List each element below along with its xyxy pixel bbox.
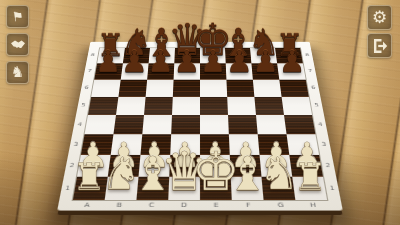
square-b1[interactable] [105, 177, 139, 200]
square-b8[interactable] [123, 48, 150, 63]
chess-board: ABCDEFGH1122334455667788 [57, 42, 343, 211]
square-c4[interactable] [142, 115, 172, 134]
square-b7[interactable] [121, 63, 149, 79]
white-flag-icon: ⚑ [11, 9, 24, 23]
gear-icon: ⚙ [372, 9, 387, 26]
rank-label-7-right: 7 [305, 68, 316, 74]
square-e2[interactable] [200, 155, 231, 177]
rank-label-8-right: 8 [302, 52, 313, 58]
square-d6[interactable] [173, 80, 200, 97]
square-f6[interactable] [226, 80, 254, 97]
square-c7[interactable] [147, 63, 174, 79]
square-f4[interactable] [228, 115, 258, 134]
square-a2[interactable] [77, 155, 111, 177]
rank-label-6-left: 6 [81, 85, 93, 92]
file-label-f: F [242, 201, 255, 211]
rank-label-5-left: 5 [77, 102, 89, 109]
square-e7[interactable] [200, 63, 226, 79]
square-c1[interactable] [136, 177, 169, 200]
square-g3[interactable] [258, 134, 290, 155]
rank-label-1-right: 1 [325, 184, 339, 193]
square-d8[interactable] [174, 48, 200, 63]
rank-label-4-right: 4 [314, 121, 327, 129]
rank-label-4-left: 4 [73, 121, 86, 129]
square-a4[interactable] [85, 115, 116, 134]
square-f3[interactable] [229, 134, 260, 155]
square-h4[interactable] [284, 115, 315, 134]
square-a8[interactable] [97, 48, 125, 63]
exit-button[interactable] [367, 33, 392, 58]
handshake-icon [10, 37, 26, 53]
board-scene: ABCDEFGH1122334455667788 [0, 0, 400, 225]
rank-label-3-left: 3 [69, 141, 82, 149]
square-h7[interactable] [277, 63, 306, 79]
square-h2[interactable] [289, 155, 323, 177]
square-b6[interactable] [118, 80, 147, 97]
square-a7[interactable] [94, 63, 123, 79]
rank-label-2-left: 2 [65, 162, 79, 171]
square-d5[interactable] [172, 97, 200, 115]
square-e1[interactable] [200, 177, 232, 200]
file-label-h: H [306, 201, 320, 211]
square-b4[interactable] [113, 115, 144, 134]
file-label-a: A [80, 201, 94, 211]
square-f5[interactable] [227, 97, 256, 115]
square-c8[interactable] [149, 48, 175, 63]
square-a3[interactable] [81, 134, 114, 155]
square-h6[interactable] [279, 80, 308, 97]
handshake-button[interactable] [6, 33, 29, 56]
square-h8[interactable] [275, 48, 303, 63]
square-a1[interactable] [73, 177, 108, 200]
rank-label-6-right: 6 [308, 85, 320, 92]
square-g4[interactable] [256, 115, 287, 134]
square-d4[interactable] [171, 115, 200, 134]
flag-button[interactable]: ⚑ [6, 5, 29, 28]
square-d7[interactable] [174, 63, 200, 79]
file-label-g: G [274, 201, 288, 211]
square-g1[interactable] [261, 177, 295, 200]
knight-button[interactable]: ♞ [6, 61, 29, 84]
square-e3[interactable] [200, 134, 230, 155]
square-d2[interactable] [169, 155, 200, 177]
square-f7[interactable] [226, 63, 253, 79]
rank-label-3-right: 3 [318, 141, 331, 149]
square-g8[interactable] [250, 48, 277, 63]
square-b5[interactable] [116, 97, 146, 115]
square-h3[interactable] [287, 134, 320, 155]
square-c2[interactable] [139, 155, 171, 177]
rank-label-2-right: 2 [321, 162, 335, 171]
square-d3[interactable] [170, 134, 200, 155]
board-squares [72, 47, 329, 200]
exit-icon [372, 38, 388, 54]
square-h5[interactable] [282, 97, 312, 115]
square-e5[interactable] [200, 97, 228, 115]
square-a5[interactable] [88, 97, 118, 115]
square-c6[interactable] [146, 80, 174, 97]
settings-button[interactable]: ⚙ [367, 5, 392, 30]
file-label-d: D [177, 201, 190, 211]
square-g2[interactable] [260, 155, 293, 177]
square-e6[interactable] [200, 80, 227, 97]
square-c3[interactable] [140, 134, 171, 155]
rank-label-7-left: 7 [84, 68, 95, 74]
knight-icon: ♞ [11, 65, 24, 80]
rank-label-1-left: 1 [61, 184, 75, 193]
rank-label-8-left: 8 [87, 52, 98, 58]
square-g6[interactable] [253, 80, 282, 97]
file-label-e: E [210, 201, 223, 211]
square-c5[interactable] [144, 97, 173, 115]
file-label-c: C [145, 201, 158, 211]
square-g5[interactable] [254, 97, 284, 115]
square-f8[interactable] [225, 48, 251, 63]
rank-label-5-right: 5 [311, 102, 323, 109]
square-b3[interactable] [111, 134, 143, 155]
square-f2[interactable] [230, 155, 262, 177]
file-label-b: B [112, 201, 126, 211]
square-a6[interactable] [91, 80, 120, 97]
square-b2[interactable] [108, 155, 141, 177]
square-d1[interactable] [168, 177, 200, 200]
square-g7[interactable] [251, 63, 279, 79]
square-f1[interactable] [231, 177, 264, 200]
square-h1[interactable] [292, 177, 327, 200]
square-e8[interactable] [200, 48, 226, 63]
square-e4[interactable] [200, 115, 229, 134]
